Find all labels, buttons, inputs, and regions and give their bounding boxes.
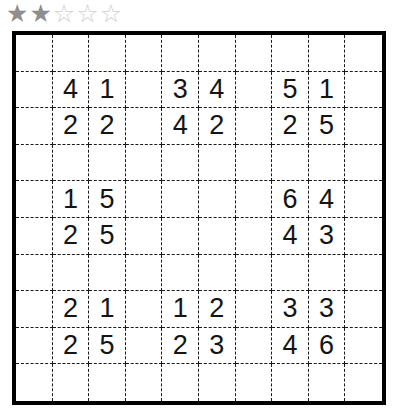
grid-cell[interactable] — [126, 218, 163, 255]
grid-cell[interactable] — [126, 181, 163, 218]
grid-cell[interactable] — [236, 364, 273, 401]
grid-cell[interactable] — [309, 145, 346, 182]
grid-cell[interactable] — [309, 364, 346, 401]
grid-cell[interactable] — [53, 364, 90, 401]
grid-cell[interactable] — [16, 108, 53, 145]
grid-cell-clue[interactable]: 4 — [199, 72, 236, 109]
grid-cell[interactable] — [162, 181, 199, 218]
grid-cell[interactable] — [162, 35, 199, 72]
grid-cell[interactable] — [126, 145, 163, 182]
grid-cell[interactable] — [16, 328, 53, 365]
grid-cell-clue[interactable]: 1 — [162, 291, 199, 328]
grid-cell-clue[interactable]: 4 — [272, 328, 309, 365]
grid-cell[interactable] — [272, 364, 309, 401]
difficulty-stars: ★★☆☆☆ — [6, 0, 123, 28]
star-empty-icon: ☆ — [53, 0, 76, 28]
grid-cell[interactable] — [272, 35, 309, 72]
grid-cell[interactable] — [236, 108, 273, 145]
grid-cell-clue[interactable]: 1 — [89, 291, 126, 328]
grid-cell[interactable] — [236, 35, 273, 72]
grid-cell-clue[interactable]: 2 — [199, 291, 236, 328]
grid-cell-clue[interactable]: 5 — [272, 72, 309, 109]
grid-cell-clue[interactable]: 2 — [53, 108, 90, 145]
grid-cell[interactable] — [345, 145, 382, 182]
grid-cell[interactable] — [345, 218, 382, 255]
star-filled-icon: ★ — [29, 0, 52, 28]
grid-cell[interactable] — [16, 35, 53, 72]
puzzle-screen: ★★☆☆☆ 41345122422515642543211233252346 — [0, 0, 397, 414]
grid-cell[interactable] — [272, 145, 309, 182]
grid-cell-clue[interactable]: 2 — [53, 218, 90, 255]
grid-cell[interactable] — [16, 145, 53, 182]
grid-cell[interactable] — [345, 108, 382, 145]
grid-cell[interactable] — [345, 364, 382, 401]
grid-cell[interactable] — [199, 145, 236, 182]
grid-cell[interactable] — [236, 181, 273, 218]
grid-cell[interactable] — [199, 35, 236, 72]
grid-cell[interactable] — [16, 218, 53, 255]
grid-cell[interactable] — [162, 145, 199, 182]
grid-cell[interactable] — [162, 218, 199, 255]
grid-cell[interactable] — [126, 72, 163, 109]
grid-cell-clue[interactable]: 3 — [162, 72, 199, 109]
grid-cell[interactable] — [89, 145, 126, 182]
grid-cell[interactable] — [16, 181, 53, 218]
grid-cell[interactable] — [236, 72, 273, 109]
grid-cell[interactable] — [126, 328, 163, 365]
grid-cell[interactable] — [199, 364, 236, 401]
grid-cell[interactable] — [16, 291, 53, 328]
grid-cell-clue[interactable]: 4 — [309, 181, 346, 218]
grid-cell[interactable] — [236, 255, 273, 292]
grid-cell-clue[interactable]: 1 — [53, 181, 90, 218]
grid-cell[interactable] — [199, 181, 236, 218]
grid-cell-clue[interactable]: 1 — [309, 72, 346, 109]
puzzle-grid: 41345122422515642543211233252346 — [12, 31, 386, 405]
grid-cell[interactable] — [199, 255, 236, 292]
grid-cell-clue[interactable]: 4 — [162, 108, 199, 145]
grid-cell-clue[interactable]: 1 — [89, 72, 126, 109]
grid-cell-clue[interactable]: 3 — [199, 328, 236, 365]
grid-cell-clue[interactable]: 3 — [309, 291, 346, 328]
grid-cell[interactable] — [89, 255, 126, 292]
star-empty-icon: ☆ — [76, 0, 99, 28]
grid-cell[interactable] — [345, 181, 382, 218]
grid-cell[interactable] — [16, 255, 53, 292]
grid-cell[interactable] — [53, 145, 90, 182]
grid-cell[interactable] — [236, 291, 273, 328]
grid-cell[interactable] — [126, 108, 163, 145]
grid-cell-clue[interactable]: 2 — [89, 108, 126, 145]
grid-cell[interactable] — [236, 145, 273, 182]
grid-cell-clue[interactable]: 2 — [272, 108, 309, 145]
grid-cell[interactable] — [236, 218, 273, 255]
grid-cell[interactable] — [199, 218, 236, 255]
grid-cell-clue[interactable]: 2 — [53, 328, 90, 365]
grid-cell[interactable] — [126, 255, 163, 292]
grid-cell[interactable] — [53, 35, 90, 72]
grid-cell-clue[interactable]: 4 — [272, 218, 309, 255]
grid-cell-clue[interactable]: 5 — [89, 218, 126, 255]
grid-cell-clue[interactable]: 2 — [199, 108, 236, 145]
star-empty-icon: ☆ — [100, 0, 123, 28]
grid-cell-clue[interactable]: 6 — [309, 328, 346, 365]
grid-cell[interactable] — [162, 255, 199, 292]
grid-cell[interactable] — [126, 364, 163, 401]
grid-cell[interactable] — [53, 255, 90, 292]
grid-cell-clue[interactable]: 5 — [89, 328, 126, 365]
grid-cell-clue[interactable]: 2 — [162, 328, 199, 365]
grid-cell-clue[interactable]: 3 — [272, 291, 309, 328]
grid-cell-clue[interactable]: 6 — [272, 181, 309, 218]
grid-cell[interactable] — [309, 255, 346, 292]
grid-cell[interactable] — [89, 35, 126, 72]
grid-cell[interactable] — [345, 35, 382, 72]
grid-cell[interactable] — [16, 364, 53, 401]
grid-cell[interactable] — [309, 35, 346, 72]
grid-cell[interactable] — [345, 72, 382, 109]
grid-cell[interactable] — [16, 72, 53, 109]
grid-cell[interactable] — [162, 364, 199, 401]
grid-cell[interactable] — [126, 35, 163, 72]
star-filled-icon: ★ — [6, 0, 29, 28]
grid-cell[interactable] — [236, 328, 273, 365]
grid-cell[interactable] — [126, 291, 163, 328]
grid-cell-clue[interactable]: 4 — [53, 72, 90, 109]
grid-cell-clue[interactable]: 2 — [53, 291, 90, 328]
grid-cell[interactable] — [345, 255, 382, 292]
grid-cell[interactable] — [345, 328, 382, 365]
grid-cell-clue[interactable]: 5 — [309, 108, 346, 145]
grid-cell[interactable] — [345, 291, 382, 328]
grid-cell-clue[interactable]: 5 — [89, 181, 126, 218]
grid-cell[interactable] — [272, 255, 309, 292]
grid-cell-clue[interactable]: 3 — [309, 218, 346, 255]
grid-cell[interactable] — [89, 364, 126, 401]
